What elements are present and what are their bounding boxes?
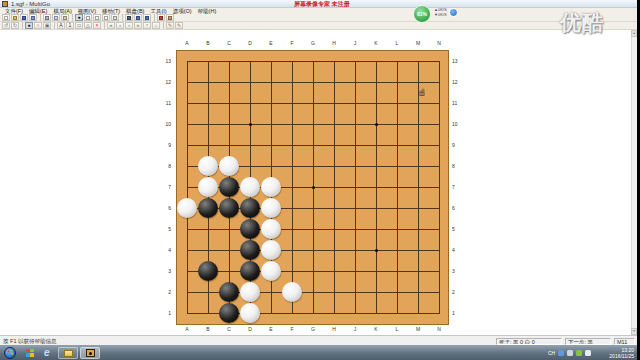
row-label-11-left: 11	[157, 100, 171, 106]
pencil-icon[interactable]: ✎	[166, 22, 174, 29]
stone-black-C2	[219, 282, 239, 302]
redo-icon[interactable]: ↻	[11, 22, 19, 29]
status-next-move: 下一步: 黑	[565, 338, 611, 345]
up-variation-icon-glyph: ↑	[146, 23, 149, 28]
mark-square-icon[interactable]: □	[75, 22, 83, 29]
taskbar: e CH 13:20 2016/11/25	[0, 345, 637, 360]
col-label-A-bottom: A	[182, 326, 192, 332]
save-icon[interactable]	[20, 14, 28, 21]
mark-square-icon-glyph: □	[77, 23, 80, 28]
row-label-1-right: 1	[452, 310, 466, 316]
board-13-icon-glyph	[86, 16, 90, 20]
edit-mode-icon-glyph	[168, 16, 172, 20]
board-19-icon[interactable]	[93, 14, 101, 21]
mark-triangle-icon-glyph: △	[86, 23, 90, 28]
quick-launch-icon[interactable]	[26, 349, 34, 357]
rotate-board-icon-glyph	[127, 16, 131, 20]
stone-white-E7	[261, 177, 281, 197]
stone-mode-icon-glyph: ●	[77, 15, 80, 20]
mark-triangle-icon[interactable]: △	[84, 22, 92, 29]
stone-white-D2	[240, 282, 260, 302]
delete-icon-glyph: ×	[96, 23, 99, 28]
save-all-icon[interactable]	[29, 14, 37, 21]
col-label-M-bottom: M	[413, 326, 423, 332]
grid-line	[418, 61, 419, 314]
star-point-K10	[375, 123, 378, 126]
stone-black-C7	[219, 177, 239, 197]
stone-black-C6	[219, 198, 239, 218]
save-icon-glyph	[22, 16, 26, 20]
video-frame: 1.sgf - MultiGo 屏幕录像专家 未注册 文件(F)编辑(E)棋局(…	[0, 0, 640, 360]
row-label-9-right: 9	[452, 142, 466, 148]
board-9-icon[interactable]	[102, 14, 110, 21]
open-folder-icon-glyph	[13, 16, 17, 20]
row-label-8-left: 8	[157, 163, 171, 169]
stone-white-E5	[261, 219, 281, 239]
row-label-10-right: 10	[452, 121, 466, 127]
speed-ball-rates: ▲0K/S ▼0K/S	[434, 7, 447, 17]
grid-line	[397, 61, 398, 314]
col-label-N-top: N	[434, 40, 444, 46]
col-label-F-bottom: F	[287, 326, 297, 332]
col-label-L-bottom: L	[392, 326, 402, 332]
toolbar-separator	[104, 22, 105, 29]
tray-icon-green[interactable]	[576, 350, 582, 356]
label-letter-icon-glyph: A	[59, 23, 62, 28]
toolbar-separator	[122, 14, 123, 21]
next-move-icon[interactable]: ›	[125, 22, 133, 29]
row-label-4-left: 4	[157, 247, 171, 253]
new-file-icon[interactable]	[2, 14, 10, 21]
paste-icon-glyph	[63, 16, 67, 20]
alternate-color-icon[interactable]: ▣	[43, 22, 51, 29]
stone-white-C8	[219, 156, 239, 176]
status-captures: 死子: 黑 0 白 0	[496, 338, 562, 345]
undo-icon-glyph: ↺	[4, 23, 8, 28]
stone-white-F2	[282, 282, 302, 302]
stone-black-D6	[240, 198, 260, 218]
board-custom-icon-glyph	[113, 16, 117, 20]
board-19-icon-glyph	[95, 16, 99, 20]
stone-white-E6	[261, 198, 281, 218]
row-label-9-left: 9	[157, 142, 171, 148]
col-label-B-bottom: B	[203, 326, 213, 332]
copy-icon[interactable]	[52, 14, 60, 21]
col-label-F-top: F	[287, 40, 297, 46]
row-label-4-right: 4	[452, 247, 466, 253]
youku-watermark: 优酷	[560, 9, 604, 37]
star-point-G7	[312, 186, 315, 189]
down-variation-icon[interactable]: ↓	[152, 22, 160, 29]
toolbar-separator	[40, 14, 41, 21]
ime-indicator[interactable]: CH	[548, 349, 555, 357]
status-help-text: 按 F1 以获得帮助信息	[3, 338, 56, 345]
first-move-icon[interactable]: «	[107, 22, 115, 29]
label-number-icon-glyph: 1	[69, 23, 72, 28]
tray-icon-light[interactable]	[585, 350, 591, 356]
stone-black-B3	[198, 261, 218, 281]
copy-icon-glyph	[54, 16, 58, 20]
down-variation-icon-glyph: ↓	[155, 23, 158, 28]
grid-line	[187, 250, 440, 251]
col-label-G-bottom: G	[308, 326, 318, 332]
col-label-D-top: D	[245, 40, 255, 46]
col-label-K-top: K	[371, 40, 381, 46]
explorer-window-button[interactable]	[58, 347, 78, 359]
undo-icon[interactable]: ↺	[2, 22, 10, 29]
grid-line	[187, 271, 440, 272]
delete-icon[interactable]: ×	[93, 22, 101, 29]
windows-logo-icon	[7, 350, 13, 356]
first-move-icon-glyph: «	[110, 23, 113, 28]
open-folder-icon[interactable]	[11, 14, 19, 21]
stone-white-B7	[198, 177, 218, 197]
taskbar-clock[interactable]: 13:20 2016/11/25	[596, 347, 634, 359]
col-label-J-top: J	[350, 40, 360, 46]
row-label-10-left: 10	[157, 121, 171, 127]
row-label-5-right: 5	[452, 226, 466, 232]
stone-white-A6	[177, 198, 197, 218]
row-label-5-left: 5	[157, 226, 171, 232]
edit-mode-icon[interactable]	[166, 14, 174, 21]
rotate-board-icon[interactable]	[125, 14, 133, 21]
white-stone-icon[interactable]: ○	[34, 22, 42, 29]
col-label-M-top: M	[413, 40, 423, 46]
col-label-A-top: A	[182, 40, 192, 46]
toolbar-separator	[54, 22, 55, 29]
col-label-E-top: E	[266, 40, 276, 46]
toolbar-separator	[163, 22, 164, 29]
row-label-12-left: 12	[157, 79, 171, 85]
col-label-K-bottom: K	[371, 326, 381, 332]
prev-move-icon[interactable]: ‹	[116, 22, 124, 29]
redo-icon-glyph: ↻	[13, 23, 17, 28]
stone-white-B8	[198, 156, 218, 176]
window-title: 1.sgf - MultiGo	[11, 0, 50, 8]
multigo-window-button[interactable]	[80, 347, 100, 359]
board-custom-icon[interactable]	[111, 14, 119, 21]
grid-line	[334, 61, 335, 314]
stone-white-D1	[240, 303, 260, 323]
title-bar: 1.sgf - MultiGo 屏幕录像专家 未注册	[0, 0, 637, 8]
star-point-K4	[375, 249, 378, 252]
game-tree-icon[interactable]	[134, 14, 142, 21]
last-move-icon[interactable]: »	[134, 22, 142, 29]
row-label-13-right: 13	[452, 58, 466, 64]
tools-icon[interactable]	[157, 14, 165, 21]
go-board-icon	[86, 349, 95, 357]
clock-date: 2016/11/25	[596, 353, 634, 359]
col-label-H-bottom: H	[329, 326, 339, 332]
download-rate: ▼0K/S	[434, 12, 447, 17]
row-label-2-left: 2	[157, 289, 171, 295]
label-letter-icon[interactable]: A	[57, 22, 65, 29]
toolbar-separator	[22, 22, 23, 29]
new-file-icon-glyph	[4, 16, 8, 20]
info-panel-icon-glyph	[145, 16, 149, 20]
row-label-1-left: 1	[157, 310, 171, 316]
print-icon-glyph	[45, 16, 49, 20]
col-label-C-top: C	[224, 40, 234, 46]
stone-white-E3	[261, 261, 281, 281]
col-label-C-bottom: C	[224, 326, 234, 332]
col-label-B-top: B	[203, 40, 213, 46]
col-label-L-top: L	[392, 40, 402, 46]
col-label-G-top: G	[308, 40, 318, 46]
stone-black-D5	[240, 219, 260, 239]
last-move-icon-glyph: »	[137, 23, 140, 28]
grid-line	[187, 229, 440, 230]
game-tree-icon-glyph	[136, 16, 140, 20]
row-label-2-right: 2	[452, 289, 466, 295]
tray-icon-gray[interactable]	[567, 350, 573, 356]
pencil2-icon-glyph: ✎	[177, 23, 181, 28]
row-label-3-left: 3	[157, 268, 171, 274]
status-coordinate: M11	[614, 338, 635, 345]
toolbar-main: ●▾	[0, 14, 637, 22]
alternate-color-icon-glyph: ▣	[45, 23, 50, 28]
folder-icon	[64, 350, 73, 357]
toolbar-nav: ↺↻●○▣A1□△×«‹›»↑↓✎✎	[0, 22, 637, 30]
col-label-H-top: H	[329, 40, 339, 46]
col-label-N-bottom: N	[434, 326, 444, 332]
stone-black-B6	[198, 198, 218, 218]
grid-line	[355, 61, 356, 314]
white-stone-icon-glyph: ○	[36, 23, 39, 28]
stone-white-E4	[261, 240, 281, 260]
stone-black-D4	[240, 240, 260, 260]
stone-mode-icon[interactable]: ●▾	[75, 14, 83, 21]
col-label-E-bottom: E	[266, 326, 276, 332]
stone-black-D3	[240, 261, 260, 281]
row-label-8-right: 8	[452, 163, 466, 169]
grid-line	[376, 61, 377, 314]
status-bar: 按 F1 以获得帮助信息 死子: 黑 0 白 0 下一步: 黑 M11	[0, 335, 637, 345]
row-label-7-left: 7	[157, 184, 171, 190]
pencil-icon-glyph: ✎	[168, 23, 172, 28]
row-label-13-left: 13	[157, 58, 171, 64]
board-grid	[187, 61, 440, 314]
up-variation-icon[interactable]: ↑	[143, 22, 151, 29]
toolbar-separator	[154, 14, 155, 21]
row-label-6-right: 6	[452, 205, 466, 211]
next-move-icon-glyph: ›	[128, 23, 130, 28]
app-icon	[2, 1, 8, 7]
board-9-icon-glyph	[104, 16, 108, 20]
info-panel-icon[interactable]	[143, 14, 151, 21]
start-button[interactable]	[4, 347, 16, 359]
stone-white-D7	[240, 177, 260, 197]
hand-cursor-icon: ☝	[419, 87, 424, 97]
row-label-11-right: 11	[452, 100, 466, 106]
black-stone-icon-glyph: ●	[27, 23, 30, 28]
prev-move-icon-glyph: ‹	[119, 23, 121, 28]
board-13-icon[interactable]	[84, 14, 92, 21]
tray-icon-blue[interactable]	[558, 350, 564, 356]
label-number-icon[interactable]: 1	[66, 22, 74, 29]
star-point-D10	[249, 123, 252, 126]
paste-icon[interactable]	[61, 14, 69, 21]
grid-line	[439, 61, 440, 314]
col-label-D-bottom: D	[245, 326, 255, 332]
tray-area: CH	[548, 349, 591, 357]
row-label-7-right: 7	[452, 184, 466, 190]
stone-black-C1	[219, 303, 239, 323]
speed-ball-percent: 81%	[417, 11, 427, 17]
col-label-J-bottom: J	[350, 326, 360, 332]
overlay-blue-icon[interactable]	[449, 8, 458, 17]
ie-browser-icon[interactable]: e	[44, 347, 50, 358]
toolbar-separator	[72, 14, 73, 21]
pencil2-icon[interactable]: ✎	[175, 22, 183, 29]
tools-icon-glyph	[159, 16, 163, 20]
speed-ball-widget[interactable]: 81%	[413, 5, 431, 23]
recorder-watermark: 屏幕录像专家 未注册	[294, 0, 350, 8]
row-label-12-right: 12	[452, 79, 466, 85]
black-stone-icon[interactable]: ●	[25, 22, 33, 29]
print-icon[interactable]	[43, 14, 51, 21]
save-all-icon-glyph	[31, 16, 35, 20]
row-label-3-right: 3	[452, 268, 466, 274]
row-label-6-left: 6	[157, 205, 171, 211]
dropdown-arrow-icon[interactable]: ▾	[81, 17, 83, 21]
